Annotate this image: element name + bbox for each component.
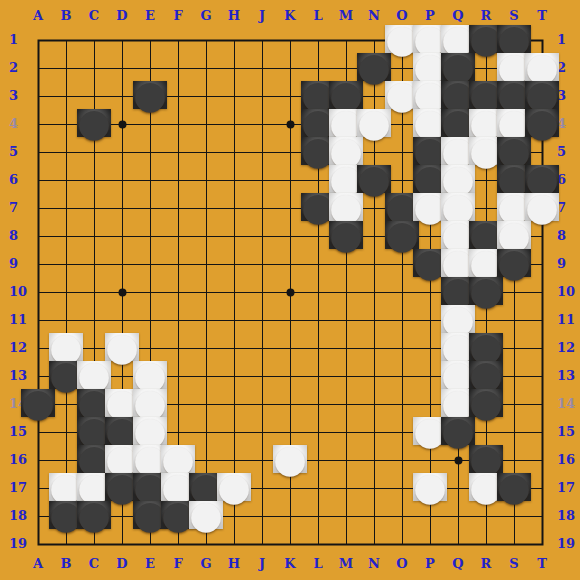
intersection-D19[interactable] [108,530,136,558]
intersection-K4[interactable] [276,110,304,138]
intersection-R18[interactable] [472,502,500,530]
intersection-R6[interactable] [472,166,500,194]
intersection-J9[interactable] [248,250,276,278]
intersection-C14[interactable]: ● [80,390,108,418]
intersection-K14[interactable] [276,390,304,418]
intersection-S8[interactable]: ● [500,222,528,250]
intersection-E5[interactable] [136,138,164,166]
intersection-K17[interactable] [276,474,304,502]
intersection-A19[interactable] [24,530,52,558]
intersection-J4[interactable] [248,110,276,138]
intersection-S2[interactable]: ● [500,54,528,82]
intersection-T13[interactable] [528,362,556,390]
intersection-H13[interactable] [220,362,248,390]
intersection-T8[interactable] [528,222,556,250]
intersection-O1[interactable]: ● [388,26,416,54]
intersection-T6[interactable]: ● [528,166,556,194]
intersection-F1[interactable] [164,26,192,54]
intersection-G14[interactable] [192,390,220,418]
intersection-D13[interactable] [108,362,136,390]
intersection-T5[interactable] [528,138,556,166]
intersection-H12[interactable] [220,334,248,362]
intersection-L13[interactable] [304,362,332,390]
intersection-O11[interactable] [388,306,416,334]
intersection-F6[interactable] [164,166,192,194]
intersection-P11[interactable] [416,306,444,334]
intersection-D3[interactable] [108,82,136,110]
intersection-N19[interactable] [360,530,388,558]
intersection-O14[interactable] [388,390,416,418]
intersection-Q12[interactable]: ● [444,334,472,362]
intersection-T2[interactable]: ● [528,54,556,82]
intersection-P5[interactable]: ● [416,138,444,166]
intersection-L4[interactable]: ● [304,110,332,138]
intersection-B9[interactable] [52,250,80,278]
intersection-P7[interactable]: ● [416,194,444,222]
intersection-J13[interactable] [248,362,276,390]
intersection-D4[interactable] [108,110,136,138]
intersection-T9[interactable] [528,250,556,278]
intersection-R17[interactable]: ● [472,474,500,502]
intersection-F7[interactable] [164,194,192,222]
intersection-E15[interactable]: ● [136,418,164,446]
intersection-R4[interactable]: ● [472,110,500,138]
intersection-T3[interactable]: ● [528,82,556,110]
intersection-M4[interactable]: ● [332,110,360,138]
intersection-L7[interactable]: ● [304,194,332,222]
intersection-M6[interactable]: ● [332,166,360,194]
intersection-P13[interactable] [416,362,444,390]
intersection-C19[interactable] [80,530,108,558]
intersection-O3[interactable]: ● [388,82,416,110]
go-board[interactable]: ●●●●●●●●●●●●●●●●●●●●●●●●●●●●●●●●●●●●●●●●… [24,26,556,558]
intersection-A17[interactable] [24,474,52,502]
intersection-B8[interactable] [52,222,80,250]
intersection-O6[interactable] [388,166,416,194]
intersection-K16[interactable]: ● [276,446,304,474]
intersection-J12[interactable] [248,334,276,362]
intersection-O5[interactable] [388,138,416,166]
intersection-B16[interactable] [52,446,80,474]
intersection-D7[interactable] [108,194,136,222]
intersection-E3[interactable]: ● [136,82,164,110]
intersection-O19[interactable] [388,530,416,558]
intersection-M19[interactable] [332,530,360,558]
intersection-F15[interactable] [164,418,192,446]
intersection-B6[interactable] [52,166,80,194]
intersection-L6[interactable] [304,166,332,194]
intersection-P1[interactable]: ● [416,26,444,54]
intersection-S13[interactable] [500,362,528,390]
intersection-G17[interactable]: ● [192,474,220,502]
intersection-P12[interactable] [416,334,444,362]
intersection-B15[interactable] [52,418,80,446]
intersection-D10[interactable] [108,278,136,306]
intersection-O2[interactable] [388,54,416,82]
intersection-S4[interactable]: ● [500,110,528,138]
intersection-R8[interactable]: ● [472,222,500,250]
intersection-T18[interactable] [528,502,556,530]
intersection-F8[interactable] [164,222,192,250]
intersection-O9[interactable] [388,250,416,278]
intersection-S5[interactable]: ● [500,138,528,166]
intersection-E2[interactable] [136,54,164,82]
intersection-H8[interactable] [220,222,248,250]
intersection-N10[interactable] [360,278,388,306]
intersection-R15[interactable] [472,418,500,446]
intersection-G5[interactable] [192,138,220,166]
intersection-E19[interactable] [136,530,164,558]
intersection-R3[interactable]: ● [472,82,500,110]
intersection-C4[interactable]: ● [80,110,108,138]
intersection-E13[interactable]: ● [136,362,164,390]
intersection-P8[interactable] [416,222,444,250]
intersection-Q6[interactable]: ● [444,166,472,194]
intersection-N9[interactable] [360,250,388,278]
intersection-F16[interactable]: ● [164,446,192,474]
intersection-D2[interactable] [108,54,136,82]
intersection-Q17[interactable] [444,474,472,502]
intersection-H16[interactable] [220,446,248,474]
intersection-B4[interactable] [52,110,80,138]
intersection-G9[interactable] [192,250,220,278]
intersection-A12[interactable] [24,334,52,362]
intersection-T10[interactable] [528,278,556,306]
intersection-J10[interactable] [248,278,276,306]
intersection-J19[interactable] [248,530,276,558]
intersection-K7[interactable] [276,194,304,222]
intersection-C16[interactable]: ● [80,446,108,474]
intersection-M12[interactable] [332,334,360,362]
intersection-T19[interactable] [528,530,556,558]
intersection-H10[interactable] [220,278,248,306]
intersection-D18[interactable] [108,502,136,530]
intersection-O18[interactable] [388,502,416,530]
intersection-N15[interactable] [360,418,388,446]
intersection-S7[interactable]: ● [500,194,528,222]
intersection-B5[interactable] [52,138,80,166]
intersection-O7[interactable]: ● [388,194,416,222]
intersection-J7[interactable] [248,194,276,222]
intersection-H17[interactable]: ● [220,474,248,502]
intersection-N12[interactable] [360,334,388,362]
intersection-E4[interactable] [136,110,164,138]
intersection-K13[interactable] [276,362,304,390]
intersection-S14[interactable] [500,390,528,418]
intersection-H18[interactable] [220,502,248,530]
intersection-Q4[interactable]: ● [444,110,472,138]
intersection-Q8[interactable]: ● [444,222,472,250]
intersection-F5[interactable] [164,138,192,166]
intersection-F12[interactable] [164,334,192,362]
intersection-A11[interactable] [24,306,52,334]
intersection-M14[interactable] [332,390,360,418]
intersection-O13[interactable] [388,362,416,390]
intersection-C7[interactable] [80,194,108,222]
intersection-K19[interactable] [276,530,304,558]
intersection-Q1[interactable]: ● [444,26,472,54]
intersection-M17[interactable] [332,474,360,502]
intersection-P10[interactable] [416,278,444,306]
intersection-K15[interactable] [276,418,304,446]
intersection-K12[interactable] [276,334,304,362]
intersection-K9[interactable] [276,250,304,278]
intersection-F13[interactable] [164,362,192,390]
intersection-R11[interactable] [472,306,500,334]
intersection-A13[interactable] [24,362,52,390]
intersection-R1[interactable]: ● [472,26,500,54]
intersection-C3[interactable] [80,82,108,110]
intersection-K10[interactable] [276,278,304,306]
intersection-P9[interactable]: ● [416,250,444,278]
intersection-S9[interactable]: ● [500,250,528,278]
intersection-S11[interactable] [500,306,528,334]
intersection-H4[interactable] [220,110,248,138]
intersection-N18[interactable] [360,502,388,530]
intersection-T16[interactable] [528,446,556,474]
intersection-C9[interactable] [80,250,108,278]
intersection-M9[interactable] [332,250,360,278]
intersection-M16[interactable] [332,446,360,474]
intersection-M2[interactable] [332,54,360,82]
intersection-C1[interactable] [80,26,108,54]
intersection-L10[interactable] [304,278,332,306]
intersection-E16[interactable]: ● [136,446,164,474]
intersection-G15[interactable] [192,418,220,446]
intersection-A5[interactable] [24,138,52,166]
intersection-N14[interactable] [360,390,388,418]
intersection-C2[interactable] [80,54,108,82]
intersection-E6[interactable] [136,166,164,194]
intersection-J2[interactable] [248,54,276,82]
intersection-O16[interactable] [388,446,416,474]
intersection-F11[interactable] [164,306,192,334]
intersection-F14[interactable] [164,390,192,418]
intersection-K3[interactable] [276,82,304,110]
intersection-H19[interactable] [220,530,248,558]
intersection-Q18[interactable] [444,502,472,530]
intersection-C15[interactable]: ● [80,418,108,446]
intersection-E7[interactable] [136,194,164,222]
intersection-A10[interactable] [24,278,52,306]
intersection-F9[interactable] [164,250,192,278]
intersection-Q3[interactable]: ● [444,82,472,110]
intersection-K11[interactable] [276,306,304,334]
intersection-G12[interactable] [192,334,220,362]
intersection-E11[interactable] [136,306,164,334]
intersection-G13[interactable] [192,362,220,390]
intersection-N5[interactable] [360,138,388,166]
intersection-T4[interactable]: ● [528,110,556,138]
intersection-C17[interactable]: ● [80,474,108,502]
intersection-M11[interactable] [332,306,360,334]
intersection-N13[interactable] [360,362,388,390]
intersection-O15[interactable] [388,418,416,446]
intersection-T7[interactable]: ● [528,194,556,222]
intersection-R13[interactable]: ● [472,362,500,390]
intersection-S19[interactable] [500,530,528,558]
intersection-N8[interactable] [360,222,388,250]
intersection-P18[interactable] [416,502,444,530]
intersection-H7[interactable] [220,194,248,222]
intersection-J5[interactable] [248,138,276,166]
intersection-M15[interactable] [332,418,360,446]
intersection-H2[interactable] [220,54,248,82]
intersection-C6[interactable] [80,166,108,194]
intersection-J18[interactable] [248,502,276,530]
intersection-N3[interactable] [360,82,388,110]
intersection-H5[interactable] [220,138,248,166]
intersection-D16[interactable]: ● [108,446,136,474]
intersection-G10[interactable] [192,278,220,306]
intersection-N16[interactable] [360,446,388,474]
intersection-Q19[interactable] [444,530,472,558]
intersection-R2[interactable] [472,54,500,82]
intersection-R14[interactable]: ● [472,390,500,418]
intersection-M1[interactable] [332,26,360,54]
intersection-Q5[interactable]: ● [444,138,472,166]
intersection-L3[interactable]: ● [304,82,332,110]
intersection-F2[interactable] [164,54,192,82]
intersection-B12[interactable]: ● [52,334,80,362]
intersection-L5[interactable]: ● [304,138,332,166]
intersection-J16[interactable] [248,446,276,474]
intersection-A4[interactable] [24,110,52,138]
intersection-G11[interactable] [192,306,220,334]
intersection-H9[interactable] [220,250,248,278]
intersection-T12[interactable] [528,334,556,362]
intersection-P16[interactable] [416,446,444,474]
intersection-A15[interactable] [24,418,52,446]
intersection-J3[interactable] [248,82,276,110]
intersection-D12[interactable]: ● [108,334,136,362]
intersection-D15[interactable]: ● [108,418,136,446]
intersection-G7[interactable] [192,194,220,222]
intersection-J14[interactable] [248,390,276,418]
intersection-K18[interactable] [276,502,304,530]
intersection-B7[interactable] [52,194,80,222]
intersection-G8[interactable] [192,222,220,250]
intersection-T1[interactable] [528,26,556,54]
intersection-E14[interactable]: ● [136,390,164,418]
intersection-H15[interactable] [220,418,248,446]
intersection-J1[interactable] [248,26,276,54]
intersection-R7[interactable] [472,194,500,222]
intersection-D8[interactable] [108,222,136,250]
intersection-J15[interactable] [248,418,276,446]
intersection-S18[interactable] [500,502,528,530]
intersection-N1[interactable] [360,26,388,54]
intersection-A1[interactable] [24,26,52,54]
intersection-B3[interactable] [52,82,80,110]
intersection-A14[interactable]: ● [24,390,52,418]
intersection-A6[interactable] [24,166,52,194]
intersection-R19[interactable] [472,530,500,558]
intersection-P6[interactable]: ● [416,166,444,194]
intersection-Q11[interactable]: ● [444,306,472,334]
intersection-H11[interactable] [220,306,248,334]
intersection-B14[interactable] [52,390,80,418]
intersection-Q13[interactable]: ● [444,362,472,390]
intersection-C5[interactable] [80,138,108,166]
intersection-E10[interactable] [136,278,164,306]
intersection-Q7[interactable]: ● [444,194,472,222]
intersection-R9[interactable]: ● [472,250,500,278]
intersection-P3[interactable]: ● [416,82,444,110]
intersection-P19[interactable] [416,530,444,558]
intersection-G6[interactable] [192,166,220,194]
intersection-E17[interactable]: ● [136,474,164,502]
intersection-B1[interactable] [52,26,80,54]
intersection-L19[interactable] [304,530,332,558]
intersection-R16[interactable]: ● [472,446,500,474]
intersection-Q15[interactable]: ● [444,418,472,446]
intersection-E9[interactable] [136,250,164,278]
intersection-J6[interactable] [248,166,276,194]
intersection-K8[interactable] [276,222,304,250]
intersection-F3[interactable] [164,82,192,110]
intersection-L15[interactable] [304,418,332,446]
intersection-D1[interactable] [108,26,136,54]
intersection-L1[interactable] [304,26,332,54]
intersection-N17[interactable] [360,474,388,502]
intersection-N7[interactable] [360,194,388,222]
intersection-G2[interactable] [192,54,220,82]
intersection-K2[interactable] [276,54,304,82]
intersection-E1[interactable] [136,26,164,54]
intersection-T11[interactable] [528,306,556,334]
intersection-K6[interactable] [276,166,304,194]
intersection-M10[interactable] [332,278,360,306]
intersection-D14[interactable]: ● [108,390,136,418]
intersection-O8[interactable]: ● [388,222,416,250]
intersection-N4[interactable]: ● [360,110,388,138]
intersection-F4[interactable] [164,110,192,138]
intersection-B19[interactable] [52,530,80,558]
intersection-D11[interactable] [108,306,136,334]
intersection-Q10[interactable]: ● [444,278,472,306]
intersection-T14[interactable] [528,390,556,418]
intersection-S1[interactable]: ● [500,26,528,54]
intersection-D9[interactable] [108,250,136,278]
intersection-S3[interactable]: ● [500,82,528,110]
intersection-A2[interactable] [24,54,52,82]
intersection-G1[interactable] [192,26,220,54]
intersection-J17[interactable] [248,474,276,502]
intersection-K5[interactable] [276,138,304,166]
intersection-B13[interactable]: ● [52,362,80,390]
intersection-P17[interactable]: ● [416,474,444,502]
intersection-J11[interactable] [248,306,276,334]
intersection-M8[interactable]: ● [332,222,360,250]
intersection-L18[interactable] [304,502,332,530]
intersection-C18[interactable]: ● [80,502,108,530]
intersection-F19[interactable] [164,530,192,558]
intersection-B2[interactable] [52,54,80,82]
intersection-S6[interactable]: ● [500,166,528,194]
intersection-E12[interactable] [136,334,164,362]
intersection-L14[interactable] [304,390,332,418]
intersection-F10[interactable] [164,278,192,306]
intersection-G3[interactable] [192,82,220,110]
intersection-P2[interactable]: ● [416,54,444,82]
intersection-J8[interactable] [248,222,276,250]
intersection-M3[interactable]: ● [332,82,360,110]
intersection-A9[interactable] [24,250,52,278]
intersection-C10[interactable] [80,278,108,306]
intersection-L9[interactable] [304,250,332,278]
intersection-S15[interactable] [500,418,528,446]
